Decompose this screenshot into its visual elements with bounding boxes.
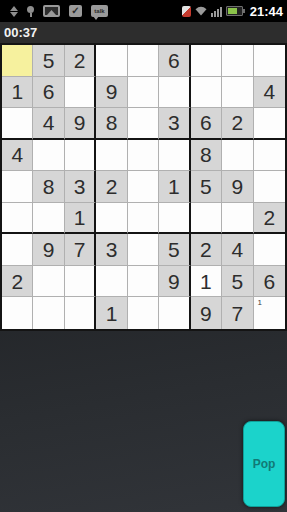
pop-button[interactable]: Pop: [243, 421, 285, 507]
cell-r1c7[interactable]: [191, 45, 222, 77]
cell-r9c6[interactable]: [159, 297, 190, 329]
cell-r1c2[interactable]: 5: [33, 45, 64, 77]
status-bar-left: ✓ talk: [10, 5, 108, 17]
cell-r3c5[interactable]: [128, 108, 159, 140]
cell-r9c2[interactable]: [33, 297, 64, 329]
gallery-icon: [43, 5, 60, 17]
cell-r4c3[interactable]: [65, 140, 96, 172]
status-bar-right: 21:44: [182, 4, 283, 19]
cell-r4c8[interactable]: [222, 140, 253, 172]
cell-r6c2[interactable]: [33, 203, 64, 235]
cell-r2c6[interactable]: [159, 77, 190, 109]
cell-r8c4[interactable]: [96, 266, 127, 298]
cell-r4c9[interactable]: [254, 140, 285, 172]
cell-r2c9[interactable]: 4: [254, 77, 285, 109]
cell-r9c9[interactable]: 1: [254, 297, 285, 329]
cell-r4c1[interactable]: 4: [2, 140, 33, 172]
cell-r8c6[interactable]: 9: [159, 266, 190, 298]
cell-r9c4[interactable]: 1: [96, 297, 127, 329]
pin-icon: [27, 6, 34, 17]
cell-r8c2[interactable]: [33, 266, 64, 298]
cell-r1c8[interactable]: [222, 45, 253, 77]
cell-r2c3[interactable]: [65, 77, 96, 109]
cell-r1c3[interactable]: 2: [65, 45, 96, 77]
cell-r2c8[interactable]: [222, 77, 253, 109]
cell-r5c9[interactable]: [254, 171, 285, 203]
cell-r4c2[interactable]: [33, 140, 64, 172]
cell-r5c3[interactable]: 3: [65, 171, 96, 203]
cell-r9c7[interactable]: 9: [191, 297, 222, 329]
cell-r5c2[interactable]: 8: [33, 171, 64, 203]
sim-alert-icon: [182, 6, 191, 17]
cell-r5c5[interactable]: [128, 171, 159, 203]
cell-r3c6[interactable]: 3: [159, 108, 190, 140]
cell-r6c7[interactable]: [191, 203, 222, 235]
cell-r5c6[interactable]: 1: [159, 171, 190, 203]
cell-r4c6[interactable]: [159, 140, 190, 172]
cell-r8c7[interactable]: 1: [191, 266, 222, 298]
sudoku-app-screen: ✓ talk 21:44 00:37 526169449836248832159…: [0, 0, 287, 512]
timer-bar: 00:37: [0, 22, 287, 43]
signal-icon: [211, 6, 222, 17]
battery-icon: [226, 6, 243, 16]
cell-r2c2[interactable]: 6: [33, 77, 64, 109]
cell-r7c9[interactable]: [254, 234, 285, 266]
cell-r1c4[interactable]: [96, 45, 127, 77]
cell-r1c5[interactable]: [128, 45, 159, 77]
cell-r3c8[interactable]: 2: [222, 108, 253, 140]
cell-r7c3[interactable]: 7: [65, 234, 96, 266]
cell-r7c7[interactable]: 2: [191, 234, 222, 266]
cell-r9c5[interactable]: [128, 297, 159, 329]
cell-r2c7[interactable]: [191, 77, 222, 109]
cell-r5c4[interactable]: 2: [96, 171, 127, 203]
cell-r9c3[interactable]: [65, 297, 96, 329]
cell-r6c5[interactable]: [128, 203, 159, 235]
cell-r4c4[interactable]: [96, 140, 127, 172]
cell-r5c8[interactable]: 9: [222, 171, 253, 203]
cell-r6c6[interactable]: [159, 203, 190, 235]
cell-r8c5[interactable]: [128, 266, 159, 298]
cell-r3c9[interactable]: [254, 108, 285, 140]
cell-r2c1[interactable]: 1: [2, 77, 33, 109]
cell-r7c4[interactable]: 3: [96, 234, 127, 266]
cell-r3c2[interactable]: 4: [33, 108, 64, 140]
cell-r1c1[interactable]: [2, 45, 33, 77]
cell-r8c8[interactable]: 5: [222, 266, 253, 298]
cell-r5c1[interactable]: [2, 171, 33, 203]
cell-r3c1[interactable]: [2, 108, 33, 140]
talk-icon: talk: [91, 5, 108, 17]
cell-r3c4[interactable]: 8: [96, 108, 127, 140]
cell-r1c6[interactable]: 6: [159, 45, 190, 77]
cell-r2c5[interactable]: [128, 77, 159, 109]
cell-r6c9[interactable]: 2: [254, 203, 285, 235]
cell-r7c8[interactable]: 4: [222, 234, 253, 266]
wifi-icon: [195, 6, 207, 16]
updown-arrow-icon: [10, 6, 18, 17]
cell-r7c6[interactable]: 5: [159, 234, 190, 266]
cell-r3c3[interactable]: 9: [65, 108, 96, 140]
cell-r4c5[interactable]: [128, 140, 159, 172]
status-bar: ✓ talk 21:44: [0, 0, 287, 22]
sudoku-board: 52616944983624883215912973524291561971: [0, 43, 287, 331]
cell-r6c8[interactable]: [222, 203, 253, 235]
cell-r6c4[interactable]: [96, 203, 127, 235]
cell-r4c7[interactable]: 8: [191, 140, 222, 172]
cell-r9c8[interactable]: 7: [222, 297, 253, 329]
check-bag-icon: ✓: [69, 5, 82, 17]
cell-r7c5[interactable]: [128, 234, 159, 266]
cell-r7c2[interactable]: 9: [33, 234, 64, 266]
cell-r9c1[interactable]: [2, 297, 33, 329]
cell-r8c1[interactable]: 2: [2, 266, 33, 298]
cell-r6c3[interactable]: 1: [65, 203, 96, 235]
game-timer: 00:37: [4, 25, 37, 40]
status-bar-clock: 21:44: [250, 4, 283, 19]
cell-r8c9[interactable]: 6: [254, 266, 285, 298]
cell-r3c7[interactable]: 6: [191, 108, 222, 140]
cell-r2c4[interactable]: 9: [96, 77, 127, 109]
cell-r5c7[interactable]: 5: [191, 171, 222, 203]
cell-r6c1[interactable]: [2, 203, 33, 235]
cell-r7c1[interactable]: [2, 234, 33, 266]
cell-r8c3[interactable]: [65, 266, 96, 298]
cell-r1c9[interactable]: [254, 45, 285, 77]
